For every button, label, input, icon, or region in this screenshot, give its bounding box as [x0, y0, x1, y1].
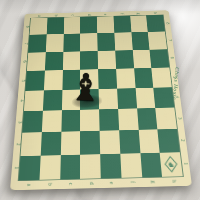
rank-label-right-6: 6 [168, 57, 174, 59]
square-b4[interactable] [43, 90, 62, 111]
square-g4[interactable] [135, 87, 155, 108]
square-d8[interactable] [80, 17, 97, 34]
square-b1[interactable] [39, 155, 60, 180]
rank-label-left-5: 5 [20, 80, 26, 82]
file-label-bottom-b: b [46, 183, 53, 186]
file-label-bottom-f: f [128, 181, 135, 183]
square-f7[interactable] [114, 33, 132, 51]
diamond-knight-logo: ♞ [163, 155, 180, 174]
rank-label-right-2: 2 [179, 139, 186, 142]
square-g1[interactable] [140, 152, 162, 177]
knight-icon: ♞ [167, 161, 176, 169]
square-e8[interactable] [97, 16, 114, 33]
file-label-top-g: g [135, 12, 141, 14]
square-e2[interactable] [100, 130, 120, 153]
square-a1[interactable] [19, 155, 41, 180]
square-c7[interactable] [63, 34, 80, 52]
square-g6[interactable] [132, 50, 151, 69]
square-g3[interactable] [137, 108, 158, 130]
file-label-top-a: a [36, 15, 42, 17]
file-label-bottom-c: c [66, 183, 73, 186]
square-d1[interactable] [80, 154, 101, 179]
square-c3[interactable] [61, 110, 80, 132]
square-h5[interactable] [152, 68, 172, 88]
square-a5[interactable] [25, 71, 44, 91]
square-f2[interactable] [119, 130, 140, 153]
coordinate-labels: aabbccddeeffgghh8877665544332211 [25, 10, 169, 14]
square-b2[interactable] [40, 132, 60, 155]
square-d7[interactable] [80, 33, 97, 51]
rank-label-left-4: 4 [18, 100, 24, 102]
square-g7[interactable] [131, 32, 150, 50]
rank-label-left-3: 3 [16, 121, 23, 124]
file-label-top-h: h [151, 12, 157, 14]
square-c1[interactable] [60, 154, 81, 179]
square-f6[interactable] [115, 50, 134, 69]
square-a8[interactable] [30, 18, 48, 35]
square-b7[interactable] [46, 34, 64, 52]
file-label-top-b: b [53, 14, 59, 16]
rank-label-left-7: 7 [23, 43, 29, 45]
file-label-top-e: e [102, 13, 108, 15]
file-label-top-d: d [86, 14, 92, 16]
square-f8[interactable] [113, 16, 131, 33]
square-e3[interactable] [99, 109, 119, 131]
square-a6[interactable] [27, 52, 46, 71]
square-b5[interactable] [44, 70, 63, 90]
file-label-top-c: c [69, 14, 75, 16]
file-label-top-f: f [119, 13, 125, 14]
rank-label-right-7: 7 [166, 39, 172, 41]
square-e7[interactable] [97, 33, 115, 51]
square-b8[interactable] [46, 17, 63, 34]
square-g5[interactable] [134, 68, 154, 88]
square-f4[interactable] [117, 88, 137, 109]
square-h7[interactable] [148, 32, 167, 50]
rank-label-left-1: 1 [12, 167, 19, 170]
file-label-bottom-d: d [87, 182, 94, 185]
square-d3[interactable] [80, 109, 99, 131]
square-h2[interactable] [158, 129, 180, 152]
square-f3[interactable] [118, 108, 138, 130]
square-c2[interactable] [60, 131, 80, 154]
square-c8[interactable] [63, 17, 80, 34]
square-f1[interactable] [120, 153, 142, 178]
square-h1[interactable]: ♞ [160, 152, 183, 177]
square-b6[interactable] [45, 52, 63, 71]
black-bishop-piece[interactable]: ♝ [68, 68, 101, 107]
rank-label-left-2: 2 [14, 143, 21, 146]
square-h6[interactable] [150, 49, 170, 68]
rank-label-right-3: 3 [176, 117, 183, 120]
square-a3[interactable] [22, 111, 42, 133]
square-h8[interactable] [146, 15, 165, 32]
square-a2[interactable] [21, 132, 42, 155]
square-b3[interactable] [42, 110, 62, 132]
rank-label-right-1: 1 [182, 162, 189, 165]
square-a4[interactable] [24, 90, 44, 111]
photo-scene: ♞ aabbccddeeffgghh8877665544332211 Chess… [0, 0, 200, 200]
square-e1[interactable] [100, 153, 121, 178]
square-d2[interactable] [80, 131, 100, 154]
square-f5[interactable] [116, 68, 135, 88]
square-g8[interactable] [130, 15, 148, 32]
square-g2[interactable] [138, 130, 160, 153]
square-a7[interactable] [28, 35, 46, 53]
file-label-bottom-a: a [25, 184, 32, 187]
rank-label-right-8: 8 [164, 22, 170, 24]
file-label-bottom-e: e [108, 182, 115, 185]
file-label-bottom-g: g [149, 180, 156, 183]
rank-label-left-8: 8 [24, 26, 30, 28]
file-label-bottom-h: h [169, 180, 176, 183]
rank-label-left-6: 6 [21, 61, 27, 63]
